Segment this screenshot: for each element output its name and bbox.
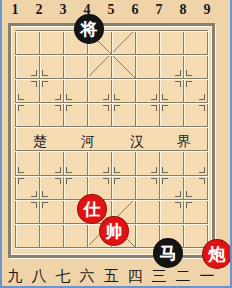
marker-corner (31, 81, 37, 87)
marker-corner (186, 202, 192, 208)
position-marker (103, 167, 120, 184)
river-char-1: 楚 (30, 131, 50, 151)
marker-corner (151, 178, 157, 184)
marker-corner (114, 105, 120, 111)
marker-corner (103, 105, 109, 111)
marker-corner (66, 167, 72, 173)
position-marker (151, 167, 168, 184)
position-marker (55, 167, 72, 184)
marker-corner (151, 94, 157, 100)
grid-hline (15, 150, 208, 151)
marker-corner (31, 191, 37, 197)
marker-corner (55, 94, 61, 100)
position-marker (31, 191, 48, 208)
marker-corner (31, 202, 37, 208)
piece-black-general[interactable]: 将 (74, 14, 104, 44)
marker-corner (199, 167, 205, 173)
grid-vline (207, 30, 208, 248)
window-edge-left (0, 0, 2, 288)
marker-corner (175, 81, 181, 87)
piece-red-cannon[interactable]: 炮 (202, 239, 232, 269)
marker-corner (162, 178, 168, 184)
marker-corner (103, 167, 109, 173)
marker-corner (175, 202, 181, 208)
marker-corner (199, 105, 205, 111)
marker-corner (151, 105, 157, 111)
marker-corner (66, 105, 72, 111)
position-marker (175, 70, 192, 87)
xiangqi-app-window: 123456789 楚河汉界 将仕帅马炮 九八七六五四三二一 (0, 0, 232, 288)
marker-corner (42, 70, 48, 76)
marker-corner (199, 178, 205, 184)
grid-hline (15, 30, 208, 31)
grid-vline (15, 30, 16, 248)
position-marker (55, 94, 72, 111)
marker-corner (162, 167, 168, 173)
xiangqi-board[interactable]: 楚河汉界 将仕帅马炮 (0, 0, 232, 288)
marker-corner (66, 94, 72, 100)
window-edge-right (230, 0, 232, 288)
river-char-2: 河 (78, 131, 98, 151)
marker-corner (175, 70, 181, 76)
marker-corner (42, 191, 48, 197)
marker-corner (162, 105, 168, 111)
marker-corner (199, 94, 205, 100)
marker-corner (103, 178, 109, 184)
position-marker (175, 191, 192, 208)
position-marker (7, 167, 24, 184)
grid-hline (15, 126, 208, 127)
river-char-3: 汉 (127, 131, 147, 151)
marker-corner (18, 167, 24, 173)
river-label: 楚河汉界 (0, 131, 232, 151)
marker-corner (114, 167, 120, 173)
marker-corner (151, 167, 157, 173)
marker-corner (18, 178, 24, 184)
marker-corner (186, 81, 192, 87)
position-marker (199, 94, 216, 111)
marker-corner (31, 70, 37, 76)
marker-corner (103, 94, 109, 100)
piece-black-horse[interactable]: 马 (153, 238, 183, 268)
marker-corner (42, 81, 48, 87)
marker-corner (18, 105, 24, 111)
marker-corner (175, 191, 181, 197)
marker-corner (55, 167, 61, 173)
marker-corner (186, 191, 192, 197)
marker-corner (114, 178, 120, 184)
position-marker (199, 167, 216, 184)
piece-red-general[interactable]: 帅 (99, 216, 129, 246)
river-char-4: 界 (174, 131, 194, 151)
marker-corner (18, 94, 24, 100)
marker-corner (114, 94, 120, 100)
marker-corner (42, 202, 48, 208)
marker-corner (55, 178, 61, 184)
position-marker (103, 94, 120, 111)
grid-hline (15, 54, 208, 55)
marker-corner (162, 94, 168, 100)
position-marker (7, 94, 24, 111)
marker-corner (66, 178, 72, 184)
position-marker (151, 94, 168, 111)
position-marker (31, 70, 48, 87)
marker-corner (186, 70, 192, 76)
marker-corner (55, 105, 61, 111)
